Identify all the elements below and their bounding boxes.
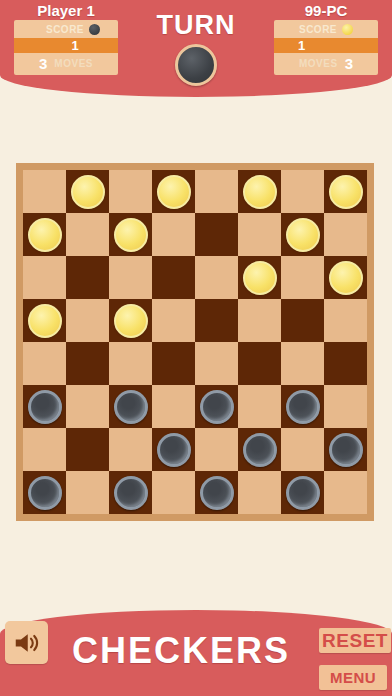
board-square[interactable]: [152, 428, 195, 471]
board-square[interactable]: [66, 428, 109, 471]
board-square[interactable]: [109, 299, 152, 342]
board-square[interactable]: [281, 299, 324, 342]
board-square[interactable]: [324, 428, 367, 471]
checker-piece-dark[interactable]: [200, 476, 234, 510]
board-square: [66, 471, 109, 514]
board-square: [23, 428, 66, 471]
reset-button-label: RESET: [322, 630, 388, 652]
turn-label: TURN: [146, 10, 246, 41]
player1-score-value: 1: [71, 38, 78, 53]
board-square: [66, 213, 109, 256]
player2-moves-label: MOVES: [299, 58, 338, 69]
board-square[interactable]: [195, 385, 238, 428]
board-square[interactable]: [195, 299, 238, 342]
board-square[interactable]: [281, 471, 324, 514]
board-square: [66, 299, 109, 342]
player2-score-label: SCORE: [299, 24, 337, 35]
player1-moves-row: 3 MOVES: [14, 56, 118, 71]
player1-score-label: SCORE: [46, 24, 84, 35]
player1-block: Player 1 SCORE 1 3 MOVES: [14, 2, 118, 75]
board-square: [324, 385, 367, 428]
board-square: [238, 213, 281, 256]
board-square: [281, 170, 324, 213]
board-square[interactable]: [66, 342, 109, 385]
checker-piece-dark[interactable]: [286, 476, 320, 510]
checker-piece-yellow[interactable]: [286, 218, 320, 252]
board-square[interactable]: [281, 213, 324, 256]
board-square[interactable]: [195, 213, 238, 256]
board-square: [238, 299, 281, 342]
checker-piece-yellow[interactable]: [114, 304, 148, 338]
reset-button[interactable]: RESET: [319, 628, 391, 653]
checker-piece-dark[interactable]: [157, 433, 191, 467]
board-square: [152, 385, 195, 428]
player2-score-bar: 1: [274, 38, 378, 53]
speaker-icon: [12, 628, 42, 658]
board-square: [281, 342, 324, 385]
board-square[interactable]: [109, 213, 152, 256]
player1-moves-value: 3: [39, 55, 47, 72]
player2-score-panel: SCORE 1 MOVES 3: [274, 20, 378, 75]
board-square: [281, 428, 324, 471]
board-square: [152, 213, 195, 256]
checker-piece-dark[interactable]: [114, 390, 148, 424]
turn-piece-dark: [175, 44, 217, 86]
board-square: [195, 342, 238, 385]
player2-block: 99-PC SCORE 1 MOVES 3: [274, 2, 378, 75]
player2-score-value: 1: [298, 38, 305, 53]
checker-piece-dark[interactable]: [200, 390, 234, 424]
board-square: [109, 170, 152, 213]
board-square: [23, 170, 66, 213]
player2-score-row: SCORE: [274, 23, 378, 35]
player1-name: Player 1: [14, 2, 118, 19]
board-square[interactable]: [23, 385, 66, 428]
board-square[interactable]: [109, 471, 152, 514]
board-square[interactable]: [324, 170, 367, 213]
checker-piece-yellow[interactable]: [329, 175, 363, 209]
board-square: [195, 428, 238, 471]
board-square: [109, 342, 152, 385]
board-square[interactable]: [23, 299, 66, 342]
board-square: [66, 385, 109, 428]
player2-moves-value: 3: [345, 55, 353, 72]
checker-piece-yellow[interactable]: [114, 218, 148, 252]
board-square: [23, 342, 66, 385]
board-square[interactable]: [238, 170, 281, 213]
board-square[interactable]: [195, 471, 238, 514]
board-square[interactable]: [152, 256, 195, 299]
checker-piece-dark[interactable]: [114, 476, 148, 510]
header-bar: Player 1 SCORE 1 3 MOVES TURN 99-PC: [0, 0, 392, 97]
board-square: [23, 256, 66, 299]
checker-piece-yellow[interactable]: [71, 175, 105, 209]
board-square: [152, 299, 195, 342]
board-square[interactable]: [152, 342, 195, 385]
board-square[interactable]: [238, 256, 281, 299]
player1-score-bar: 1: [14, 38, 118, 53]
checker-piece-dark[interactable]: [329, 433, 363, 467]
board-square: [238, 471, 281, 514]
checker-piece-dark[interactable]: [286, 390, 320, 424]
board-square[interactable]: [238, 428, 281, 471]
board-square[interactable]: [23, 471, 66, 514]
player1-moves-label: MOVES: [54, 58, 93, 69]
checker-piece-yellow[interactable]: [243, 261, 277, 295]
board-square: [195, 256, 238, 299]
board: [16, 163, 374, 521]
player2-piece-icon: [342, 24, 353, 35]
player1-score-panel: SCORE 1 3 MOVES: [14, 20, 118, 75]
sound-toggle-button[interactable]: [5, 621, 48, 664]
player2-moves-row: MOVES 3: [274, 56, 378, 71]
menu-button[interactable]: MENU: [319, 665, 387, 690]
menu-button-label: MENU: [330, 669, 376, 686]
board-square: [109, 256, 152, 299]
board-square: [324, 299, 367, 342]
checker-piece-yellow[interactable]: [243, 175, 277, 209]
board-square: [195, 170, 238, 213]
board-square[interactable]: [324, 256, 367, 299]
board-square: [281, 256, 324, 299]
checker-piece-yellow[interactable]: [329, 261, 363, 295]
checker-piece-dark[interactable]: [28, 476, 62, 510]
board-square: [152, 471, 195, 514]
board-square[interactable]: [66, 256, 109, 299]
player1-piece-icon: [89, 24, 100, 35]
board-square: [324, 213, 367, 256]
board-square[interactable]: [281, 385, 324, 428]
checkers-app: Player 1 SCORE 1 3 MOVES TURN 99-PC: [0, 0, 392, 696]
checker-piece-yellow[interactable]: [28, 218, 62, 252]
board-square: [109, 428, 152, 471]
player1-score-row: SCORE: [21, 23, 125, 35]
board-square[interactable]: [109, 385, 152, 428]
checker-piece-yellow[interactable]: [28, 304, 62, 338]
board-square: [324, 471, 367, 514]
board-square[interactable]: [324, 342, 367, 385]
board-square: [238, 385, 281, 428]
board-square[interactable]: [23, 213, 66, 256]
player2-name: 99-PC: [274, 2, 378, 19]
board-square[interactable]: [238, 342, 281, 385]
game-title: CHECKERS: [56, 630, 306, 672]
board-square[interactable]: [66, 170, 109, 213]
board-square[interactable]: [152, 170, 195, 213]
checker-piece-yellow[interactable]: [157, 175, 191, 209]
turn-indicator: TURN: [146, 10, 246, 86]
checker-piece-dark[interactable]: [243, 433, 277, 467]
checker-piece-dark[interactable]: [28, 390, 62, 424]
